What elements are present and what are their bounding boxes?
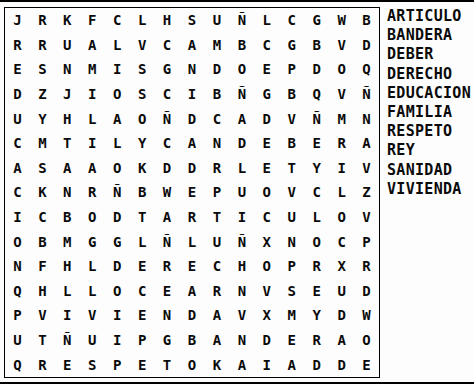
grid-cell[interactable]: M [329, 106, 354, 131]
grid-cell[interactable]: C [130, 279, 155, 304]
grid-cell[interactable]: R [329, 131, 354, 156]
grid-cell[interactable]: P [5, 303, 30, 328]
grid-cell[interactable]: A [354, 131, 379, 156]
grid-cell[interactable]: K [55, 8, 80, 33]
grid-cell[interactable]: O [80, 205, 105, 230]
grid-cell[interactable]: A [80, 33, 105, 58]
grid-cell[interactable]: G [155, 57, 180, 82]
grid-cell[interactable]: Ñ [229, 82, 254, 107]
grid-cell[interactable]: B [279, 82, 304, 107]
grid-cell[interactable]: S [30, 57, 55, 82]
grid-cell[interactable]: V [354, 205, 379, 230]
grid-cell[interactable]: A [5, 156, 30, 181]
word-list-item: BANDERA [387, 26, 471, 45]
grid-cell[interactable]: N [229, 328, 254, 353]
grid-cell[interactable]: K [30, 180, 55, 205]
grid-cell[interactable]: Q [5, 279, 30, 304]
word-list-item: ARTICULO [387, 7, 471, 26]
grid-cell[interactable]: B [204, 82, 229, 107]
grid-cell[interactable]: C [155, 131, 180, 156]
grid-cell[interactable]: E [279, 328, 304, 353]
grid-cell[interactable]: Ñ [229, 229, 254, 254]
grid-cell[interactable]: U [204, 8, 229, 33]
grid-cell[interactable]: A [229, 106, 254, 131]
grid-cell[interactable]: L [80, 279, 105, 304]
grid-cell[interactable]: G [254, 82, 279, 107]
grid-cell[interactable]: C [304, 180, 329, 205]
grid-cell[interactable]: C [254, 205, 279, 230]
grid-cell[interactable]: N [55, 57, 80, 82]
grid-cell[interactable]: M [30, 131, 55, 156]
grid-cell[interactable]: H [55, 254, 80, 279]
grid-cell[interactable]: S [279, 279, 304, 304]
grid-cell[interactable]: D [354, 33, 379, 58]
grid-cell[interactable]: V [354, 156, 379, 181]
word-list-item: DERECHO [387, 65, 471, 84]
grid-cell[interactable]: M [279, 303, 304, 328]
grid-cell[interactable]: P [105, 352, 130, 377]
word-list-item: DEBER [387, 45, 471, 64]
grid-cell[interactable]: V [329, 82, 354, 107]
grid-cell[interactable]: C [5, 131, 30, 156]
grid-cell[interactable]: E [254, 57, 279, 82]
grid-cell[interactable]: O [354, 328, 379, 353]
grid-cell[interactable]: F [80, 8, 105, 33]
grid-cell[interactable]: G [279, 33, 304, 58]
grid-cell[interactable]: Y [30, 106, 55, 131]
grid-cell[interactable]: S [130, 82, 155, 107]
grid-cell[interactable]: B [229, 33, 254, 58]
grid-cell[interactable]: C [279, 8, 304, 33]
grid-cell[interactable]: V [254, 279, 279, 304]
grid-cell[interactable]: D [204, 57, 229, 82]
grid-cell[interactable]: L [55, 279, 80, 304]
grid-cell[interactable]: L [105, 33, 130, 58]
word-list: ARTICULOBANDERADEBERDERECHOEDUCACIONFAMI… [387, 7, 471, 199]
grid-cell[interactable]: L [304, 205, 329, 230]
grid-cell[interactable]: L [180, 229, 205, 254]
grid-cell[interactable]: R [304, 254, 329, 279]
grid-cell[interactable]: L [254, 8, 279, 33]
grid-cell[interactable]: M [80, 57, 105, 82]
grid-cell[interactable]: A [204, 328, 229, 353]
grid-cell[interactable]: A [229, 352, 254, 377]
grid-cell[interactable]: E [180, 180, 205, 205]
grid-cell[interactable]: A [105, 106, 130, 131]
word-search-grid: JRKFCLHSUÑLCGWBRRUALVCAMBCGBVDESNMISGNDO… [4, 7, 380, 378]
grid-cell[interactable]: R [30, 8, 55, 33]
grid-cell[interactable]: U [279, 205, 304, 230]
grid-cell[interactable]: O [254, 254, 279, 279]
grid-cell[interactable]: N [279, 229, 304, 254]
grid-cell[interactable]: I [254, 352, 279, 377]
grid-cell[interactable]: T [279, 156, 304, 181]
grid-cell[interactable]: Q [304, 82, 329, 107]
grid-cell[interactable]: O [105, 156, 130, 181]
grid-cell[interactable]: A [155, 205, 180, 230]
grid-cell[interactable]: N [229, 279, 254, 304]
grid-cell[interactable]: F [30, 254, 55, 279]
grid-cell[interactable]: O [105, 82, 130, 107]
grid-cell[interactable]: O [329, 57, 354, 82]
grid-cell[interactable]: O [329, 205, 354, 230]
grid-cell[interactable]: D [180, 156, 205, 181]
grid-cell[interactable]: T [130, 205, 155, 230]
grid-cell[interactable]: W [329, 8, 354, 33]
grid-cell[interactable]: X [254, 229, 279, 254]
grid-cell[interactable]: V [130, 33, 155, 58]
grid-cell[interactable]: I [80, 82, 105, 107]
grid-cell[interactable]: L [229, 156, 254, 181]
grid-cell[interactable]: B [30, 229, 55, 254]
grid-cell[interactable]: Ñ [105, 180, 130, 205]
grid-cell[interactable]: R [204, 156, 229, 181]
grid-cell[interactable]: E [130, 303, 155, 328]
grid-cell[interactable]: R [30, 352, 55, 377]
grid-cell[interactable]: H [229, 254, 254, 279]
top-border-line [0, 0, 474, 2]
grid-cell[interactable]: O [5, 229, 30, 254]
grid-cell[interactable]: U [5, 328, 30, 353]
grid-cell[interactable]: O [105, 279, 130, 304]
word-list-item: EDUCACION [387, 84, 471, 103]
grid-cell[interactable]: B [55, 205, 80, 230]
grid-cell[interactable]: O [229, 57, 254, 82]
grid-cell[interactable]: R [155, 254, 180, 279]
grid-cell[interactable]: E [254, 131, 279, 156]
grid-cell[interactable]: B [354, 8, 379, 33]
grid-cell[interactable]: A [180, 33, 205, 58]
grid-cell[interactable]: W [354, 303, 379, 328]
grid-cell[interactable]: D [180, 303, 205, 328]
grid-cell[interactable]: N [155, 303, 180, 328]
grid-cell[interactable]: W [155, 180, 180, 205]
grid-cell[interactable]: E [55, 352, 80, 377]
grid-cell[interactable]: U [329, 279, 354, 304]
grid-cell[interactable]: S [180, 8, 205, 33]
grid-cell[interactable]: Ñ [155, 229, 180, 254]
grid-cell[interactable]: C [204, 254, 229, 279]
grid-cell[interactable]: N [354, 106, 379, 131]
word-list-item: REY [387, 141, 471, 160]
grid-cell[interactable]: U [204, 229, 229, 254]
grid-cell[interactable]: S [30, 156, 55, 181]
grid-cell[interactable]: C [155, 82, 180, 107]
grid-cell[interactable]: S [130, 57, 155, 82]
grid-cell[interactable]: L [329, 180, 354, 205]
grid-cell[interactable]: D [254, 328, 279, 353]
word-list-item: SANIDAD [387, 161, 471, 180]
grid-cell[interactable]: T [155, 352, 180, 377]
grid-cell[interactable]: B [180, 328, 205, 353]
grid-cell[interactable]: D [5, 82, 30, 107]
grid-cell[interactable]: Y [130, 131, 155, 156]
grid-cell[interactable]: T [30, 328, 55, 353]
grid-cell[interactable]: I [229, 205, 254, 230]
grid-cell[interactable]: V [30, 303, 55, 328]
grid-cell[interactable]: I [55, 303, 80, 328]
grid-cell[interactable]: A [279, 352, 304, 377]
grid-cell[interactable]: I [105, 57, 130, 82]
grid-cell[interactable]: R [180, 205, 205, 230]
grid-cell[interactable]: P [204, 180, 229, 205]
grid-cell[interactable]: R [30, 33, 55, 58]
word-list-item: VIVIENDA [387, 180, 471, 199]
grid-cell[interactable]: N [204, 131, 229, 156]
grid-cell[interactable]: Z [30, 82, 55, 107]
grid-cell[interactable]: D [354, 279, 379, 304]
grid-cell[interactable]: G [304, 8, 329, 33]
grid-cell[interactable]: X [254, 303, 279, 328]
grid-cell[interactable]: A [180, 131, 205, 156]
grid-cell[interactable]: P [130, 328, 155, 353]
grid-cell[interactable]: D [229, 131, 254, 156]
grid-cell[interactable]: O [254, 180, 279, 205]
grid-cell[interactable]: K [130, 156, 155, 181]
grid-cell[interactable]: U [5, 106, 30, 131]
word-list-item: RESPETO [387, 122, 471, 141]
grid-cell[interactable]: H [55, 106, 80, 131]
grid-cell[interactable]: L [80, 106, 105, 131]
grid-cell[interactable]: V [80, 303, 105, 328]
grid-cell[interactable]: Q [354, 57, 379, 82]
grid-cell[interactable]: U [55, 33, 80, 58]
grid-cell[interactable]: Y [304, 303, 329, 328]
grid-cell[interactable]: D [329, 303, 354, 328]
grid-cell[interactable]: R [5, 33, 30, 58]
grid-cell[interactable]: E [5, 57, 30, 82]
bottom-border-line [0, 382, 474, 384]
grid-cell[interactable]: E [304, 131, 329, 156]
grid-cell[interactable]: L [80, 254, 105, 279]
grid-cell[interactable]: M [204, 33, 229, 58]
grid-cell[interactable]: D [254, 106, 279, 131]
grid-cell[interactable]: I [80, 131, 105, 156]
grid-cell[interactable]: I [105, 328, 130, 353]
grid-cell[interactable]: M [55, 229, 80, 254]
grid-cell[interactable]: Ñ [304, 106, 329, 131]
grid-cell[interactable]: Y [304, 156, 329, 181]
grid-cell[interactable]: S [80, 352, 105, 377]
grid-cell[interactable]: G [105, 229, 130, 254]
grid-cell[interactable]: D [105, 254, 130, 279]
grid-cell[interactable]: V [279, 106, 304, 131]
grid-cell[interactable]: U [229, 180, 254, 205]
grid-cell[interactable]: Q [5, 352, 30, 377]
grid-cell[interactable]: Ñ [354, 82, 379, 107]
grid-cell[interactable]: N [55, 180, 80, 205]
grid-cell[interactable]: Ñ [229, 8, 254, 33]
grid-cell[interactable]: C [155, 33, 180, 58]
grid-cell[interactable]: L [130, 8, 155, 33]
grid-cell[interactable]: E [180, 254, 205, 279]
grid-cell[interactable]: B [279, 131, 304, 156]
grid-cell[interactable]: G [80, 229, 105, 254]
grid-cell[interactable]: I [180, 82, 205, 107]
grid-cell[interactable]: D [180, 106, 205, 131]
grid-cell[interactable]: I [5, 205, 30, 230]
grid-cell[interactable]: P [279, 254, 304, 279]
grid-cell[interactable]: D [304, 352, 329, 377]
grid-cell[interactable]: O [130, 106, 155, 131]
grid-cell[interactable]: R [204, 279, 229, 304]
grid-cell[interactable]: O [304, 229, 329, 254]
grid-cell[interactable]: D [155, 156, 180, 181]
grid-cell[interactable]: O [180, 352, 205, 377]
grid-cell[interactable]: Ñ [55, 328, 80, 353]
grid-cell[interactable]: I [105, 303, 130, 328]
grid-cell[interactable]: D [329, 352, 354, 377]
grid-cell[interactable]: L [130, 229, 155, 254]
grid-cell[interactable]: I [329, 156, 354, 181]
grid-cell[interactable]: C [105, 8, 130, 33]
word-list-item: FAMILIA [387, 103, 471, 122]
grid-cell[interactable]: E [304, 279, 329, 304]
grid-cell[interactable]: V [279, 180, 304, 205]
grid-cell[interactable]: A [180, 279, 205, 304]
grid-cell[interactable]: R [304, 328, 329, 353]
grid-cell[interactable]: E [254, 156, 279, 181]
grid-cell[interactable]: E [130, 254, 155, 279]
grid-cell[interactable]: L [105, 131, 130, 156]
grid-cell[interactable]: Z [354, 180, 379, 205]
grid-cell[interactable]: B [130, 180, 155, 205]
grid-cell[interactable]: G [155, 328, 180, 353]
grid-cell[interactable]: H [155, 8, 180, 33]
grid-cell[interactable]: J [55, 82, 80, 107]
grid-cell[interactable]: D [304, 57, 329, 82]
grid-cell[interactable]: P [354, 229, 379, 254]
grid-cell[interactable]: V [229, 303, 254, 328]
grid-cell[interactable]: K [204, 352, 229, 377]
grid-cell[interactable]: N [180, 57, 205, 82]
grid-cell[interactable]: C [30, 205, 55, 230]
grid-cell[interactable]: N [5, 254, 30, 279]
grid-cell[interactable]: H [30, 279, 55, 304]
grid-cell[interactable]: C [204, 106, 229, 131]
grid-cell[interactable]: R [354, 254, 379, 279]
grid-cell[interactable]: B [304, 33, 329, 58]
grid-cell[interactable]: C [329, 229, 354, 254]
grid-cell[interactable]: X [329, 254, 354, 279]
grid-cell[interactable]: T [204, 205, 229, 230]
grid-cell[interactable]: R [80, 180, 105, 205]
grid-cell[interactable]: J [5, 8, 30, 33]
grid-cell[interactable]: U [80, 328, 105, 353]
grid-cell[interactable]: A [80, 156, 105, 181]
grid-cell[interactable]: E [155, 279, 180, 304]
grid-cell[interactable]: A [55, 156, 80, 181]
grid-cell[interactable]: C [5, 180, 30, 205]
grid-cell[interactable]: A [329, 328, 354, 353]
grid-cell[interactable]: V [329, 33, 354, 58]
grid-cell[interactable]: C [254, 33, 279, 58]
grid-cell[interactable]: Ñ [155, 106, 180, 131]
grid-cell[interactable]: E [354, 352, 379, 377]
grid-cell[interactable]: E [130, 352, 155, 377]
grid-cell[interactable]: P [279, 57, 304, 82]
grid-cell[interactable]: D [105, 205, 130, 230]
grid-cell[interactable]: A [204, 303, 229, 328]
grid-cell[interactable]: T [55, 131, 80, 156]
